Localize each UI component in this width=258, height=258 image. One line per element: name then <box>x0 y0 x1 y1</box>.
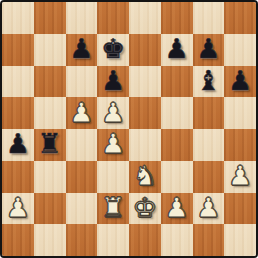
square-d6[interactable]: ♟ <box>97 66 129 98</box>
square-a6[interactable] <box>2 66 34 98</box>
square-a7[interactable] <box>2 34 34 66</box>
black-pawn[interactable]: ♟ <box>228 67 252 94</box>
square-f5[interactable] <box>161 97 193 129</box>
white-pawn[interactable]: ♟ <box>101 99 125 126</box>
square-c3[interactable] <box>66 161 98 193</box>
square-d8[interactable] <box>97 2 129 34</box>
square-h4[interactable] <box>224 129 256 161</box>
square-a8[interactable] <box>2 2 34 34</box>
square-b7[interactable] <box>34 34 66 66</box>
square-c1[interactable] <box>66 224 98 256</box>
square-g6[interactable]: ♝ <box>193 66 225 98</box>
black-pawn[interactable]: ♟ <box>101 67 125 94</box>
square-g7[interactable]: ♟ <box>193 34 225 66</box>
square-g2[interactable]: ♟ <box>193 193 225 225</box>
black-bishop[interactable]: ♝ <box>196 67 220 94</box>
black-pawn[interactable]: ♟ <box>6 130 30 157</box>
square-h8[interactable] <box>224 2 256 34</box>
black-pawn[interactable]: ♟ <box>196 35 220 62</box>
square-c7[interactable]: ♟ <box>66 34 98 66</box>
square-a3[interactable] <box>2 161 34 193</box>
square-a5[interactable] <box>2 97 34 129</box>
black-king[interactable]: ♚ <box>101 35 125 62</box>
square-f2[interactable]: ♟ <box>161 193 193 225</box>
square-g8[interactable] <box>193 2 225 34</box>
white-pawn[interactable]: ♟ <box>165 194 189 221</box>
square-e7[interactable] <box>129 34 161 66</box>
square-e2[interactable]: ♚ <box>129 193 161 225</box>
chessboard-frame: ♟♚♟♟♟♝♟♟♟♟♜♟♞♟♟♜♚♟♟ <box>0 0 258 258</box>
black-pawn[interactable]: ♟ <box>165 35 189 62</box>
square-g4[interactable] <box>193 129 225 161</box>
square-c2[interactable] <box>66 193 98 225</box>
square-d4[interactable]: ♟ <box>97 129 129 161</box>
square-e8[interactable] <box>129 2 161 34</box>
square-d2[interactable]: ♜ <box>97 193 129 225</box>
square-e4[interactable] <box>129 129 161 161</box>
white-pawn[interactable]: ♟ <box>196 194 220 221</box>
square-g3[interactable] <box>193 161 225 193</box>
square-b2[interactable] <box>34 193 66 225</box>
square-e1[interactable] <box>129 224 161 256</box>
square-a2[interactable]: ♟ <box>2 193 34 225</box>
square-b5[interactable] <box>34 97 66 129</box>
square-f8[interactable] <box>161 2 193 34</box>
square-b1[interactable] <box>34 224 66 256</box>
white-pawn[interactable]: ♟ <box>101 130 125 157</box>
white-pawn[interactable]: ♟ <box>6 194 30 221</box>
square-h6[interactable]: ♟ <box>224 66 256 98</box>
square-h7[interactable] <box>224 34 256 66</box>
black-rook[interactable]: ♜ <box>38 130 62 157</box>
square-d1[interactable] <box>97 224 129 256</box>
square-e6[interactable] <box>129 66 161 98</box>
square-a1[interactable] <box>2 224 34 256</box>
square-f3[interactable] <box>161 161 193 193</box>
white-pawn[interactable]: ♟ <box>69 99 93 126</box>
square-c5[interactable]: ♟ <box>66 97 98 129</box>
square-h2[interactable] <box>224 193 256 225</box>
white-king[interactable]: ♚ <box>133 194 157 221</box>
square-d5[interactable]: ♟ <box>97 97 129 129</box>
square-d3[interactable] <box>97 161 129 193</box>
square-h5[interactable] <box>224 97 256 129</box>
white-rook[interactable]: ♜ <box>101 194 125 221</box>
square-b8[interactable] <box>34 2 66 34</box>
square-c6[interactable] <box>66 66 98 98</box>
square-h1[interactable] <box>224 224 256 256</box>
square-a4[interactable]: ♟ <box>2 129 34 161</box>
square-h3[interactable]: ♟ <box>224 161 256 193</box>
square-g5[interactable] <box>193 97 225 129</box>
square-g1[interactable] <box>193 224 225 256</box>
square-b3[interactable] <box>34 161 66 193</box>
square-f4[interactable] <box>161 129 193 161</box>
square-e5[interactable] <box>129 97 161 129</box>
square-f7[interactable]: ♟ <box>161 34 193 66</box>
white-pawn[interactable]: ♟ <box>228 162 252 189</box>
chessboard: ♟♚♟♟♟♝♟♟♟♟♜♟♞♟♟♜♚♟♟ <box>2 2 256 256</box>
square-c4[interactable] <box>66 129 98 161</box>
black-pawn[interactable]: ♟ <box>69 35 93 62</box>
square-e3[interactable]: ♞ <box>129 161 161 193</box>
white-knight[interactable]: ♞ <box>133 162 157 189</box>
square-b4[interactable]: ♜ <box>34 129 66 161</box>
square-f6[interactable] <box>161 66 193 98</box>
square-c8[interactable] <box>66 2 98 34</box>
square-d7[interactable]: ♚ <box>97 34 129 66</box>
square-b6[interactable] <box>34 66 66 98</box>
square-f1[interactable] <box>161 224 193 256</box>
